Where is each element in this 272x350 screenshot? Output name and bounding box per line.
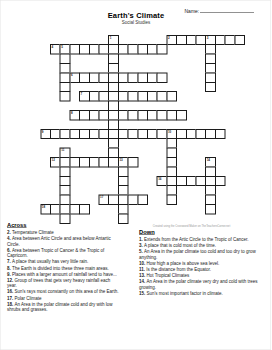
across-clues-section: Across 2. Temperature Climate4. Area bet… xyxy=(7,223,119,313)
grid-cell[interactable] xyxy=(157,44,168,54)
clue-text: An Area in the polar climate too cold an… xyxy=(139,249,256,259)
clue-item: 18. An Area in the polar climate cold an… xyxy=(7,301,119,312)
clue-item: 14. An Area in the polar climate very dr… xyxy=(139,279,263,290)
clue-item: 17. Polar Climate xyxy=(7,295,119,300)
grid-cell[interactable] xyxy=(137,195,148,205)
clue-number: 14 xyxy=(207,158,210,162)
clue-number: 9 xyxy=(42,130,44,134)
clue-item: 15. Sun's most important factor in clima… xyxy=(139,291,263,296)
clue-text: Places with a larger amount of rainfall … xyxy=(12,271,117,276)
across-clue-list: 2. Temperature Climate4. Area between Ar… xyxy=(7,230,119,312)
clue-number-label: 12. xyxy=(7,278,15,283)
clue-item: 10. How high a place is above sea level. xyxy=(139,261,263,266)
clue-item: 1. Extends from the Artic Circle to the … xyxy=(139,237,263,242)
clue-item: 13. Hot Tropical Climates xyxy=(139,273,263,278)
grid-cell[interactable] xyxy=(215,176,226,186)
worksheet-page: Name: Earth's Climate Social Studies 123… xyxy=(0,0,271,350)
clue-text: Polar Climate xyxy=(15,295,42,300)
grid-cell[interactable] xyxy=(205,82,216,92)
clue-number-label: 15. xyxy=(139,291,147,296)
clue-number: 5 xyxy=(61,45,63,49)
attribution-text: Created using the Crossword Maker on The… xyxy=(132,224,252,227)
clue-text: Temperature Climate xyxy=(12,230,54,235)
clue-number: 18 xyxy=(42,205,45,209)
grid-cell[interactable] xyxy=(157,72,168,82)
grid-cell[interactable] xyxy=(118,213,129,223)
clue-number: 17 xyxy=(100,196,103,200)
clue-item: 16. Sun's rays most constantly on this a… xyxy=(7,289,119,294)
clue-number: 6 xyxy=(71,73,73,77)
grid-cell[interactable] xyxy=(215,129,226,139)
grid-cell[interactable] xyxy=(205,204,216,214)
page-title: Earth's Climate xyxy=(1,11,272,20)
clue-text: An Area in the polar climate very dry an… xyxy=(139,279,258,289)
across-heading: Across xyxy=(7,223,119,228)
clue-text: Extends from the Artic Circle to the Tro… xyxy=(144,237,249,242)
clue-number: 7 xyxy=(81,92,83,96)
clue-item: 3. A place that is cold most of the time… xyxy=(139,243,263,248)
clue-number-label: 17. xyxy=(7,295,15,300)
clue-number: 10 xyxy=(168,130,171,134)
clue-text: Sun's rays most constantly on this area … xyxy=(15,289,119,294)
clue-number-label: 13. xyxy=(139,273,147,278)
clue-text: Is the distance from the Equator. xyxy=(146,267,211,272)
grid-cell[interactable] xyxy=(166,91,177,101)
clue-text: How high a place is above sea level. xyxy=(147,261,220,266)
grid-cell[interactable] xyxy=(60,91,71,101)
grid-cell[interactable] xyxy=(234,35,245,45)
clue-text: Area between Tropic of Cancer & the Trop… xyxy=(7,248,104,258)
clue-text: Area between Artic Circle and area below… xyxy=(7,236,111,246)
clue-number-label: 14. xyxy=(139,279,147,284)
clue-item: 11. Is the distance from the Equator. xyxy=(139,267,263,272)
clue-item: 8. The Earth is divided into these three… xyxy=(7,265,119,270)
clue-text: An Area in the polar climate cold and dr… xyxy=(7,301,113,311)
clue-number: 1 xyxy=(110,36,112,40)
clue-number: 12 xyxy=(52,158,55,162)
clue-number: 4 xyxy=(52,45,54,49)
clue-number-label: 16. xyxy=(7,289,15,294)
clue-text: Sun's most important factor in climate. xyxy=(147,291,223,296)
clue-item: 4. Area between Artic Circle and area be… xyxy=(7,236,119,247)
clue-item: 7. A place that usually has very little … xyxy=(7,259,119,264)
page: Name: Earth's Climate Social Studies 123… xyxy=(0,0,271,350)
grid-cell[interactable] xyxy=(176,110,187,120)
clue-number: 11 xyxy=(61,149,64,153)
clue-number: 16 xyxy=(158,177,161,181)
clue-text: A place that usually has very little rai… xyxy=(12,259,88,264)
clue-text: Hot Tropical Climates xyxy=(147,273,190,278)
grid-cell[interactable] xyxy=(79,204,90,214)
clue-item: 2. Temperature Climate xyxy=(7,230,119,235)
clue-number-label: 10. xyxy=(139,261,147,266)
grid-cell[interactable] xyxy=(166,195,177,205)
clue-item: 5. An Area in the polar climate too cold… xyxy=(139,249,263,260)
down-clues-section: Down 1. Extends from the Artic Circle to… xyxy=(139,230,263,297)
down-clue-list: 1. Extends from the Artic Circle to the … xyxy=(139,237,263,296)
clue-text: Group of trees that gets very heavy rain… xyxy=(7,278,110,288)
clue-item: 6. Area between Tropic of Cancer & the T… xyxy=(7,248,119,259)
clue-number: 2 xyxy=(168,36,170,40)
clue-number: 8 xyxy=(71,111,73,115)
clue-item: 12. Group of trees that gets very heavy … xyxy=(7,278,119,289)
down-heading: Down xyxy=(139,230,263,235)
clue-number: 13 xyxy=(119,158,122,162)
clue-number-label: 11. xyxy=(139,267,146,272)
clue-number: 3 xyxy=(207,36,209,40)
grid-cell[interactable] xyxy=(128,157,139,167)
clue-item: 9. Places with a larger amount of rainfa… xyxy=(7,271,119,276)
clue-text: A place that is cold most of the time. xyxy=(144,243,216,248)
clue-number-label: 18. xyxy=(7,301,15,306)
clue-text: The Earth is divided into these three ma… xyxy=(12,265,109,270)
page-subtitle: Social Studies xyxy=(1,20,272,25)
